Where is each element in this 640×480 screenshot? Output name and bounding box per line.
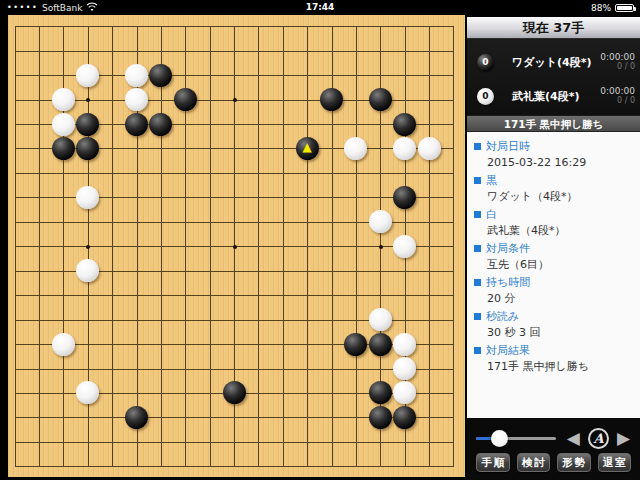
game-result-bar: 171手 黒中押し勝ち: [467, 115, 640, 132]
info-value: 互先（6目）: [474, 257, 633, 274]
star-point: [233, 245, 237, 249]
black-stone: [393, 113, 416, 136]
info-label: 白: [474, 206, 633, 223]
game-info-panel: 現在 37手 0 ワダット(4段*) 0:00:000 / 0 0 武礼葉(4段…: [467, 15, 640, 480]
go-board[interactable]: ▲: [8, 15, 465, 477]
white-stone: [52, 88, 75, 111]
moves-button[interactable]: 手順: [476, 453, 510, 472]
info-value: 171手 黒中押し勝ち: [474, 359, 633, 376]
player-row-black: 0 ワダット(4段*) 0:00:000 / 0: [467, 47, 640, 77]
black-stone: [149, 64, 172, 87]
white-stone: [369, 210, 392, 233]
black-stone-captures-icon: 0: [477, 54, 494, 71]
black-stone: [369, 333, 392, 356]
white-stone: [76, 186, 99, 209]
info-value: 30 秒 3 回: [474, 325, 633, 342]
black-stone: [223, 381, 246, 404]
blue-square-bullet-icon: [474, 347, 481, 354]
white-stone: [393, 381, 416, 404]
black-stone: [320, 88, 343, 111]
grid-line: [15, 442, 455, 443]
previous-move-button[interactable]: ◀: [567, 426, 580, 450]
blue-square-bullet-icon: [474, 177, 481, 184]
blue-square-bullet-icon: [474, 211, 481, 218]
white-stone: [76, 381, 99, 404]
clock-time: 17:44: [0, 0, 640, 15]
black-stone: [125, 406, 148, 429]
black-stone: [344, 333, 367, 356]
info-value: 2015-03-22 16:29: [474, 155, 633, 172]
info-value: ワダット（4段*）: [474, 189, 633, 206]
white-stone: [344, 137, 367, 160]
grid-line: [258, 26, 259, 467]
battery-icon: [615, 4, 634, 12]
playback-controls: ◀ A ▶ 手順 検討 形勢 退室: [467, 418, 640, 480]
black-stone: [369, 406, 392, 429]
black-stone: [52, 137, 75, 160]
blue-square-bullet-icon: [474, 245, 481, 252]
black-stone: [76, 113, 99, 136]
blue-square-bullet-icon: [474, 143, 481, 150]
white-stone-captures-icon: 0: [477, 88, 494, 105]
star-point: [86, 98, 90, 102]
black-stone: ▲: [296, 137, 319, 160]
grid-line: [307, 26, 308, 467]
info-label: 秒読み: [474, 308, 633, 325]
blue-square-bullet-icon: [474, 313, 481, 320]
info-value: 20 分: [474, 291, 633, 308]
info-label: 対局日時: [474, 138, 633, 155]
auto-play-button[interactable]: A: [588, 428, 609, 449]
black-stone: [174, 88, 197, 111]
leave-room-button[interactable]: 退室: [598, 453, 632, 472]
star-point: [233, 98, 237, 102]
black-stone: [393, 186, 416, 209]
white-stone: [393, 333, 416, 356]
black-player-clock: 0:00:000 / 0: [600, 52, 635, 72]
info-label: 持ち時間: [474, 274, 633, 291]
black-stone: [149, 113, 172, 136]
white-stone: [393, 357, 416, 380]
white-player-name: 武礼葉(4段*): [512, 89, 600, 104]
white-stone: [76, 259, 99, 282]
grid-line: [453, 26, 454, 467]
move-slider[interactable]: [476, 430, 556, 447]
white-stone: [369, 308, 392, 331]
info-label: 対局結果: [474, 342, 633, 359]
star-point: [86, 245, 90, 249]
review-button[interactable]: 検討: [517, 453, 551, 472]
evaluation-button[interactable]: 形勢: [557, 453, 591, 472]
black-player-name: ワダット(4段*): [512, 55, 600, 70]
status-bar: ••••• SoftBank 17:44 88%: [0, 0, 640, 15]
grid-line: [429, 26, 430, 467]
black-stone: [125, 113, 148, 136]
white-stone: [125, 64, 148, 87]
info-label: 黒: [474, 172, 633, 189]
grid-line: [356, 26, 357, 467]
slider-knob[interactable]: [491, 430, 508, 447]
white-stone: [125, 88, 148, 111]
white-stone: [52, 333, 75, 356]
blue-square-bullet-icon: [474, 279, 481, 286]
black-stone: [393, 406, 416, 429]
next-move-button[interactable]: ▶: [617, 426, 630, 450]
info-label: 対局条件: [474, 240, 633, 257]
info-value: 武礼葉（4段*）: [474, 223, 633, 240]
game-info-list: 対局日時 2015-03-22 16:29 黒 ワダット（4段*） 白 武礼葉（…: [467, 132, 640, 418]
black-stone: [76, 137, 99, 160]
white-stone: [393, 137, 416, 160]
white-stone: [418, 137, 441, 160]
last-move-triangle-marker: ▲: [303, 141, 312, 153]
grid-line: [15, 466, 455, 467]
white-stone: [76, 64, 99, 87]
black-stone: [369, 381, 392, 404]
star-point: [379, 245, 383, 249]
battery-percent-label: 88%: [591, 3, 611, 13]
grid-line: [15, 369, 455, 370]
white-stone: [393, 235, 416, 258]
current-move-header: 現在 37手: [467, 17, 640, 39]
white-player-clock: 0:00:000 / 0: [600, 86, 635, 106]
black-stone: [369, 88, 392, 111]
players-section: 0 ワダット(4段*) 0:00:000 / 0 0 武礼葉(4段*) 0:00…: [467, 39, 640, 115]
grid-line: [283, 26, 284, 467]
player-row-white: 0 武礼葉(4段*) 0:00:000 / 0: [467, 81, 640, 111]
grid-line: [15, 295, 455, 296]
white-stone: [52, 113, 75, 136]
